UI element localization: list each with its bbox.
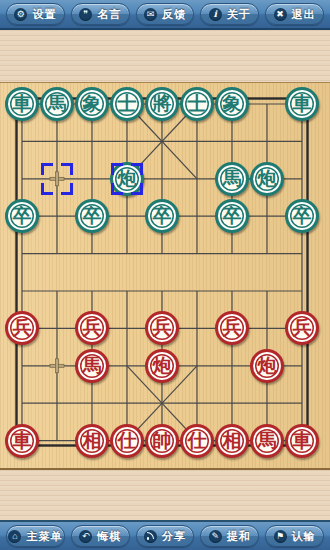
red-elephant[interactable]: 相 (215, 424, 249, 458)
black-soldier[interactable]: 卒 (145, 199, 179, 233)
share-button-label: 分享 (162, 529, 186, 544)
board-intersection[interactable] (215, 235, 250, 272)
feedback-button[interactable]: ✉ 反馈 (136, 3, 195, 25)
board-intersection[interactable] (40, 123, 75, 160)
board-intersection[interactable]: 卒 (75, 197, 110, 234)
board-intersection[interactable]: 象 (215, 85, 250, 122)
board-intersection[interactable] (250, 272, 285, 309)
undo-move-button[interactable]: ↶ 悔棋 (71, 525, 130, 547)
board-intersection[interactable]: 卒 (285, 197, 320, 234)
black-horse[interactable]: 馬 (40, 87, 74, 121)
board-intersection[interactable] (40, 347, 75, 384)
board-intersection[interactable]: 馬 (75, 347, 110, 384)
board-intersection[interactable] (5, 160, 40, 197)
about-button[interactable]: i 关于 (200, 3, 259, 25)
board-intersection[interactable] (250, 310, 285, 347)
board-intersection[interactable]: 相 (75, 422, 110, 459)
board-intersection[interactable] (40, 384, 75, 421)
board-intersection[interactable] (180, 123, 215, 160)
board-intersection[interactable]: 兵 (5, 310, 40, 347)
board-intersection[interactable] (250, 85, 285, 122)
share-button[interactable]: 分享 (136, 525, 195, 547)
top-toolbar: ⚙ 设置 ❞ 名言 ✉ 反馈 i 关于 ✖ 退出 (0, 0, 330, 30)
settings-button-label: 设置 (32, 7, 56, 22)
red-advisor[interactable]: 仕 (110, 424, 144, 458)
last-move-marker (111, 163, 143, 195)
board-intersection[interactable] (215, 123, 250, 160)
resign-button[interactable]: ⚑ 认输 (265, 525, 324, 547)
black-soldier[interactable]: 卒 (75, 199, 109, 233)
board-intersection[interactable] (145, 235, 180, 272)
speech-bubble-icon: ❞ (79, 8, 92, 21)
board-intersection[interactable] (250, 235, 285, 272)
black-elephant[interactable]: 象 (75, 87, 109, 121)
board-intersection[interactable]: 仕 (180, 422, 215, 459)
xiangqi-board: 車馬象士將士象車炮馬炮卒卒卒卒卒兵兵兵兵兵馬炮炮車相仕帥仕相馬車 (0, 82, 330, 470)
board-intersection[interactable] (75, 160, 110, 197)
board-intersection[interactable] (145, 272, 180, 309)
board-intersection[interactable] (285, 235, 320, 272)
board-intersection[interactable] (285, 123, 320, 160)
board-intersection[interactable]: 仕 (110, 422, 145, 459)
board-intersection[interactable]: 馬 (215, 160, 250, 197)
black-elephant[interactable]: 象 (215, 87, 249, 121)
red-cannon[interactable]: 炮 (250, 349, 284, 383)
board-intersection[interactable]: 兵 (75, 310, 110, 347)
last-move-marker (41, 163, 73, 195)
board-intersection[interactable] (5, 384, 40, 421)
black-chariot[interactable]: 車 (5, 87, 39, 121)
rss-share-icon (144, 530, 157, 543)
board-intersection[interactable] (40, 197, 75, 234)
red-horse[interactable]: 馬 (75, 349, 109, 383)
envelope-icon: ✉ (144, 8, 157, 21)
board-intersection[interactable]: 兵 (285, 310, 320, 347)
board-intersection[interactable]: 卒 (215, 197, 250, 234)
board-intersection[interactable] (40, 160, 75, 197)
board-intersection[interactable] (145, 160, 180, 197)
board-intersection[interactable]: 車 (285, 85, 320, 122)
board-intersection[interactable] (215, 347, 250, 384)
board-intersection[interactable] (285, 272, 320, 309)
board-intersection[interactable]: 馬 (40, 85, 75, 122)
board-intersection[interactable]: 相 (215, 422, 250, 459)
board-intersection[interactable] (110, 235, 145, 272)
board-intersection[interactable] (40, 310, 75, 347)
board-intersection[interactable]: 炮 (145, 347, 180, 384)
board-intersection[interactable] (180, 160, 215, 197)
offer-draw-button-label: 提和 (227, 529, 251, 544)
board-intersection[interactable] (285, 347, 320, 384)
board-intersection[interactable]: 馬 (250, 422, 285, 459)
main-menu-button[interactable]: ⌂ 主菜单 (6, 525, 65, 547)
undo-icon: ↶ (79, 530, 92, 543)
board-intersection[interactable] (5, 272, 40, 309)
black-soldier[interactable]: 卒 (285, 199, 319, 233)
close-icon: ✖ (274, 8, 287, 21)
board-intersection[interactable] (110, 197, 145, 234)
board-intersection[interactable] (110, 347, 145, 384)
board-intersection[interactable] (180, 347, 215, 384)
board-intersection[interactable] (5, 347, 40, 384)
board-intersection[interactable]: 士 (110, 85, 145, 122)
red-soldier[interactable]: 兵 (145, 311, 179, 345)
black-soldier[interactable]: 卒 (215, 199, 249, 233)
red-chariot[interactable]: 車 (5, 424, 39, 458)
red-chariot[interactable]: 車 (285, 424, 319, 458)
board-intersection[interactable]: 卒 (5, 197, 40, 234)
undo-move-button-label: 悔棋 (97, 529, 121, 544)
board-intersection[interactable]: 車 (5, 422, 40, 459)
black-chariot[interactable]: 車 (285, 87, 319, 121)
about-button-label: 关于 (227, 7, 251, 22)
black-soldier[interactable]: 卒 (5, 199, 39, 233)
red-horse[interactable]: 馬 (250, 424, 284, 458)
board-intersection[interactable] (215, 272, 250, 309)
xiangqi-app-screen: ⚙ 设置 ❞ 名言 ✉ 反馈 i 关于 ✖ 退出 (0, 0, 330, 550)
settings-button[interactable]: ⚙ 设置 (6, 3, 65, 25)
quotes-button[interactable]: ❞ 名言 (71, 3, 130, 25)
board-intersection[interactable]: 象 (75, 85, 110, 122)
board-intersection[interactable] (180, 272, 215, 309)
board-intersection[interactable]: 士 (180, 85, 215, 122)
board-intersection[interactable] (75, 123, 110, 160)
black-advisor[interactable]: 士 (110, 87, 144, 121)
board-intersection[interactable]: 卒 (145, 197, 180, 234)
board-intersection[interactable]: 車 (285, 422, 320, 459)
main-menu-button-label: 主菜单 (26, 529, 62, 544)
board-intersection[interactable] (75, 235, 110, 272)
black-horse[interactable]: 馬 (215, 162, 249, 196)
board-intersection[interactable] (5, 235, 40, 272)
offer-draw-button[interactable]: ✎ 提和 (200, 525, 259, 547)
board-intersection[interactable] (250, 384, 285, 421)
red-soldier[interactable]: 兵 (215, 311, 249, 345)
board-intersection[interactable] (180, 235, 215, 272)
red-soldier[interactable]: 兵 (285, 311, 319, 345)
board-intersection[interactable] (40, 422, 75, 459)
board-intersection[interactable] (215, 384, 250, 421)
board-intersection[interactable] (75, 384, 110, 421)
red-general[interactable]: 帥 (145, 424, 179, 458)
board-intersection[interactable]: 兵 (145, 310, 180, 347)
board-intersection[interactable] (40, 235, 75, 272)
board-intersection[interactable] (110, 123, 145, 160)
red-advisor[interactable]: 仕 (180, 424, 214, 458)
board-intersection[interactable] (110, 310, 145, 347)
black-advisor[interactable]: 士 (180, 87, 214, 121)
board-intersection[interactable]: 帥 (145, 422, 180, 459)
board-intersection[interactable] (145, 123, 180, 160)
board-intersection[interactable] (285, 384, 320, 421)
board-intersection[interactable] (250, 123, 285, 160)
board-intersection[interactable] (180, 310, 215, 347)
feedback-button-label: 反馈 (162, 7, 186, 22)
exit-button[interactable]: ✖ 退出 (265, 3, 324, 25)
board-intersection[interactable]: 將 (145, 85, 180, 122)
board-intersection[interactable]: 車 (5, 85, 40, 122)
board-intersection[interactable] (180, 197, 215, 234)
board-intersection[interactable]: 兵 (215, 310, 250, 347)
black-general[interactable]: 將 (145, 87, 179, 121)
board-intersection[interactable] (180, 384, 215, 421)
board-intersection[interactable] (40, 272, 75, 309)
info-icon: i (209, 8, 222, 21)
board-grid: 車馬象士將士象車炮馬炮卒卒卒卒卒兵兵兵兵兵馬炮炮車相仕帥仕相馬車 (5, 85, 320, 459)
quotes-button-label: 名言 (97, 7, 121, 22)
board-intersection[interactable] (250, 197, 285, 234)
exit-button-label: 退出 (292, 7, 316, 22)
red-soldier[interactable]: 兵 (75, 311, 109, 345)
board-intersection[interactable] (285, 160, 320, 197)
black-cannon[interactable]: 炮 (250, 162, 284, 196)
pencil-icon: ✎ (209, 530, 222, 543)
flag-icon: ⚑ (274, 530, 287, 543)
red-cannon[interactable]: 炮 (145, 349, 179, 383)
resign-button-label: 认输 (292, 529, 316, 544)
home-icon: ⌂ (8, 530, 21, 543)
board-intersection[interactable]: 炮 (110, 160, 145, 197)
board-intersection[interactable]: 炮 (250, 160, 285, 197)
bottom-toolbar: ⌂ 主菜单 ↶ 悔棋 分享 ✎ 提和 ⚑ 认输 (0, 520, 330, 550)
board-intersection[interactable] (145, 384, 180, 421)
board-intersection[interactable] (110, 272, 145, 309)
board-intersection[interactable] (110, 384, 145, 421)
board-intersection[interactable]: 炮 (250, 347, 285, 384)
board-intersection[interactable] (5, 123, 40, 160)
board-intersection[interactable] (75, 272, 110, 309)
red-elephant[interactable]: 相 (75, 424, 109, 458)
gear-icon: ⚙ (14, 8, 27, 21)
red-soldier[interactable]: 兵 (5, 311, 39, 345)
